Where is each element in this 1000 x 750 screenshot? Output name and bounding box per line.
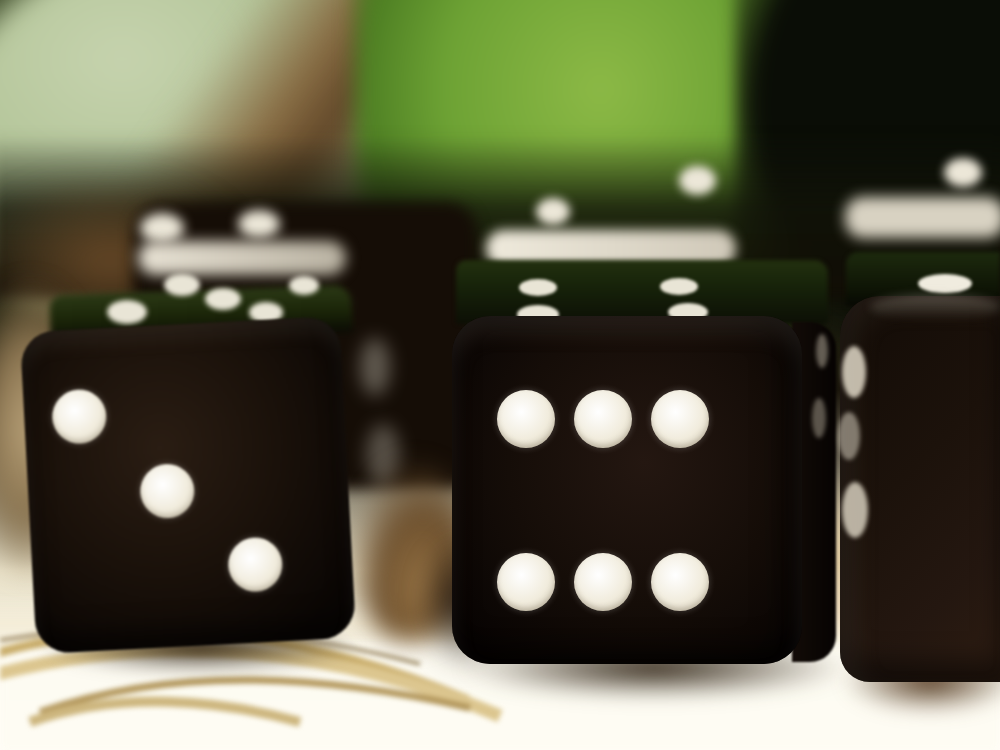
pip-cell-off: [127, 528, 215, 611]
background-die-pip: [536, 198, 570, 225]
side-face-pip: [816, 334, 828, 368]
die-pip: [574, 553, 632, 611]
die-pip: [497, 390, 555, 448]
background-die-highlight-band: [845, 197, 1000, 238]
die-left-showing-three: [26, 290, 364, 652]
die-left-front-face: [20, 316, 356, 654]
die-pip: [139, 463, 196, 520]
top-face-pip: [519, 279, 557, 296]
die-right-edge-gloss: [870, 294, 1000, 320]
die-right-clipped: [840, 252, 1000, 682]
dice-macro-photo: [0, 0, 1000, 750]
top-face-pip: [289, 276, 319, 295]
pip-cell-off: [208, 445, 296, 528]
top-face-pip: [107, 300, 147, 324]
top-face-pip: [918, 274, 972, 293]
pip-cell-off: [641, 460, 718, 541]
pip-cell-off: [487, 460, 564, 541]
die-pip: [51, 389, 108, 446]
side-face-pip: [812, 398, 826, 438]
background-die-highlight-band: [138, 241, 346, 275]
pip-cell-off: [203, 367, 291, 450]
pip-grid-three: [35, 367, 300, 615]
die-center-top-face: [456, 260, 828, 324]
top-face-pip: [205, 288, 241, 310]
pip-cell-on: [212, 523, 300, 606]
die-pip: [651, 553, 709, 611]
die-center-front-face: [452, 316, 802, 664]
pip-cell-on: [487, 379, 564, 460]
pip-cell-on: [564, 541, 641, 622]
background-die-pip: [679, 166, 716, 195]
pip-cell-off: [43, 532, 131, 615]
pip-cell-on: [641, 541, 718, 622]
pip-cell-on: [564, 379, 641, 460]
side-face-pip: [842, 482, 868, 538]
die-pip: [651, 390, 709, 448]
background-die-pip: [238, 210, 280, 238]
side-face-pip: [838, 412, 860, 460]
side-face-pip: [842, 346, 866, 398]
background-die-pip: [944, 158, 982, 187]
die-pip: [227, 536, 284, 593]
die-center-showing-six: [448, 258, 838, 666]
background-die-pip: [140, 213, 184, 243]
top-face-pip: [164, 274, 200, 296]
pip-cell-on: [641, 379, 718, 460]
pip-grid-six: [487, 379, 718, 623]
die-pip: [497, 553, 555, 611]
pip-cell-off: [564, 460, 641, 541]
pip-cell-off: [39, 454, 127, 537]
background-die-pip: [360, 338, 390, 396]
die-pip: [574, 390, 632, 448]
pip-cell-on: [123, 450, 211, 533]
pip-cell-on: [35, 376, 123, 459]
pip-cell-on: [487, 541, 564, 622]
pip-cell-off: [119, 371, 207, 454]
top-face-pip: [660, 278, 698, 295]
